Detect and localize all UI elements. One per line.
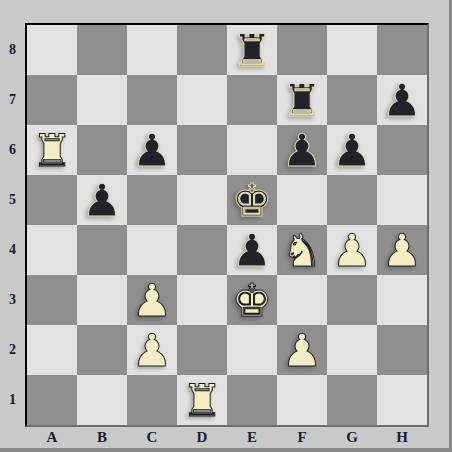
file-label-e: E: [227, 427, 277, 448]
square-h6[interactable]: [377, 125, 427, 175]
piece-white-pawn[interactable]: ♟: [327, 225, 377, 275]
square-d5[interactable]: [177, 175, 227, 225]
square-h4[interactable]: ♟: [377, 225, 427, 275]
square-f1[interactable]: [277, 375, 327, 425]
rank-label-6: 6: [0, 125, 25, 175]
piece-white-pawn[interactable]: ♟: [377, 225, 427, 275]
square-a7[interactable]: [27, 75, 77, 125]
square-c7[interactable]: [127, 75, 177, 125]
square-g1[interactable]: [327, 375, 377, 425]
file-label-a: A: [27, 427, 77, 448]
square-b2[interactable]: [77, 325, 127, 375]
piece-black-rook[interactable]: ♜: [227, 25, 277, 75]
square-c4[interactable]: [127, 225, 177, 275]
square-c5[interactable]: [127, 175, 177, 225]
square-g6[interactable]: ♟: [327, 125, 377, 175]
piece-black-king[interactable]: ♚: [227, 175, 277, 225]
square-c3[interactable]: ♟: [127, 275, 177, 325]
square-h1[interactable]: [377, 375, 427, 425]
square-b1[interactable]: [77, 375, 127, 425]
square-f8[interactable]: [277, 25, 327, 75]
square-g2[interactable]: [327, 325, 377, 375]
square-h2[interactable]: [377, 325, 427, 375]
rank-label-1: 1: [0, 375, 25, 425]
square-b4[interactable]: [77, 225, 127, 275]
square-b3[interactable]: [77, 275, 127, 325]
file-labels: ABCDEFGH: [27, 427, 427, 448]
square-d1[interactable]: ♜: [177, 375, 227, 425]
square-b5[interactable]: ♟: [77, 175, 127, 225]
piece-white-pawn[interactable]: ♟: [127, 275, 177, 325]
rank-label-4: 4: [0, 225, 25, 275]
square-b8[interactable]: [77, 25, 127, 75]
piece-white-pawn[interactable]: ♟: [127, 325, 177, 375]
piece-black-pawn[interactable]: ♟: [127, 125, 177, 175]
square-e6[interactable]: [227, 125, 277, 175]
square-a2[interactable]: [27, 325, 77, 375]
square-g4[interactable]: ♟: [327, 225, 377, 275]
file-label-f: F: [277, 427, 327, 448]
square-d2[interactable]: [177, 325, 227, 375]
piece-black-pawn[interactable]: ♟: [77, 175, 127, 225]
square-g8[interactable]: [327, 25, 377, 75]
rank-label-5: 5: [0, 175, 25, 225]
rank-label-7: 7: [0, 75, 25, 125]
file-label-b: B: [77, 427, 127, 448]
piece-black-pawn[interactable]: ♟: [277, 125, 327, 175]
square-a3[interactable]: [27, 275, 77, 325]
file-label-c: C: [127, 427, 177, 448]
square-f6[interactable]: ♟: [277, 125, 327, 175]
square-f4[interactable]: ♞: [277, 225, 327, 275]
square-d4[interactable]: [177, 225, 227, 275]
square-g7[interactable]: [327, 75, 377, 125]
rank-label-3: 3: [0, 275, 25, 325]
rank-label-2: 2: [0, 325, 25, 375]
piece-black-pawn[interactable]: ♟: [327, 125, 377, 175]
square-a8[interactable]: [27, 25, 77, 75]
square-f5[interactable]: [277, 175, 327, 225]
square-d3[interactable]: [177, 275, 227, 325]
square-c2[interactable]: ♟: [127, 325, 177, 375]
square-g5[interactable]: [327, 175, 377, 225]
square-f3[interactable]: [277, 275, 327, 325]
square-h5[interactable]: [377, 175, 427, 225]
square-g3[interactable]: [327, 275, 377, 325]
square-c6[interactable]: ♟: [127, 125, 177, 175]
square-c1[interactable]: [127, 375, 177, 425]
square-a1[interactable]: [27, 375, 77, 425]
square-f7[interactable]: ♜: [277, 75, 327, 125]
rank-label-8: 8: [0, 25, 25, 75]
square-h7[interactable]: ♟: [377, 75, 427, 125]
piece-white-king[interactable]: ♚: [227, 275, 277, 325]
rank-labels: 87654321: [0, 25, 25, 425]
square-h3[interactable]: [377, 275, 427, 325]
square-b6[interactable]: [77, 125, 127, 175]
piece-black-rook[interactable]: ♜: [277, 75, 327, 125]
square-e8[interactable]: ♜: [227, 25, 277, 75]
chess-app-frame: 87654321 ♜♜♟♜♟♟♟♟♚♟♞♟♟♟♚♟♟♜ ABCDEFGH: [0, 0, 452, 452]
piece-black-pawn[interactable]: ♟: [227, 225, 277, 275]
square-a5[interactable]: [27, 175, 77, 225]
chess-board: ♜♜♟♜♟♟♟♟♚♟♞♟♟♟♚♟♟♜: [25, 23, 429, 427]
square-e4[interactable]: ♟: [227, 225, 277, 275]
piece-white-knight[interactable]: ♞: [277, 225, 327, 275]
square-e1[interactable]: [227, 375, 277, 425]
file-label-d: D: [177, 427, 227, 448]
file-label-h: H: [377, 427, 427, 448]
piece-white-rook[interactable]: ♜: [27, 125, 77, 175]
file-label-g: G: [327, 427, 377, 448]
square-f2[interactable]: ♟: [277, 325, 327, 375]
piece-white-pawn[interactable]: ♟: [277, 325, 327, 375]
square-e3[interactable]: ♚: [227, 275, 277, 325]
square-h8[interactable]: [377, 25, 427, 75]
square-b7[interactable]: [77, 75, 127, 125]
piece-black-pawn[interactable]: ♟: [377, 75, 427, 125]
square-a4[interactable]: [27, 225, 77, 275]
square-e5[interactable]: ♚: [227, 175, 277, 225]
piece-white-rook[interactable]: ♜: [177, 375, 227, 425]
square-c8[interactable]: [127, 25, 177, 75]
square-d8[interactable]: [177, 25, 227, 75]
square-a6[interactable]: ♜: [27, 125, 77, 175]
square-e7[interactable]: [227, 75, 277, 125]
square-d6[interactable]: [177, 125, 227, 175]
square-d7[interactable]: [177, 75, 227, 125]
square-e2[interactable]: [227, 325, 277, 375]
